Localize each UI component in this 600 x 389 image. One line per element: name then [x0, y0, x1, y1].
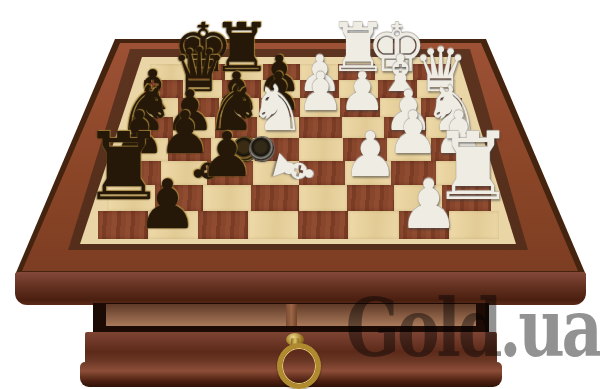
piece-white-pawn-g1: ♟ [398, 171, 459, 239]
chess-set-photo: ♚♜♜♚♛♟♟♝♛♝♟♟♟♟♞♟♞♞♟♞♟♟♝♝♟♟♟♟♜♜♟♟ Gold.ua [0, 0, 600, 389]
square-f1 [348, 211, 399, 239]
drawer-ring-pull [277, 343, 321, 389]
square-e1 [298, 211, 349, 239]
square-d1 [248, 211, 299, 239]
drawer-compartment-divider [286, 304, 297, 326]
piece-white-knight-d5: ♞ [249, 77, 305, 140]
piece-black-pawn-b1: ♟ [137, 171, 198, 239]
piece-white-pawn-f6: ♟ [339, 65, 387, 118]
watermark: Gold.ua [346, 288, 600, 368]
piece-white-pawn-f3: ♟ [342, 124, 398, 186]
piece-black-pawn-c3: ♟ [199, 124, 255, 186]
square-c1 [198, 211, 249, 239]
